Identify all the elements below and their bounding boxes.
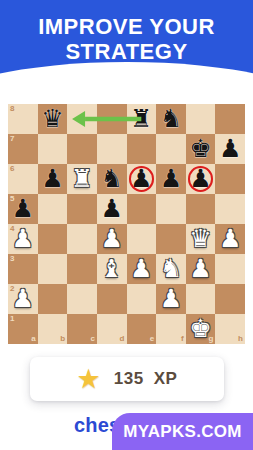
black-pawn[interactable]: ♟ <box>12 196 34 221</box>
square-c8[interactable] <box>67 104 97 134</box>
square-h4[interactable]: ♟ <box>215 224 245 254</box>
file-label-d: d <box>120 335 125 343</box>
square-b6[interactable]: ♟ <box>38 164 68 194</box>
rank-label-1: 1 <box>10 315 14 323</box>
square-f8[interactable]: ♞ <box>156 104 186 134</box>
chess-board[interactable]: 8♛♜♞7♚♟6♟♜♞♟♟♟5♟♟4♟♟♛♟3♝♟♞♟2♟♟1abcdefg♚h <box>8 104 245 344</box>
square-b4[interactable] <box>38 224 68 254</box>
square-d2[interactable] <box>97 284 127 314</box>
banner-curve <box>0 62 253 100</box>
square-e2[interactable] <box>127 284 157 314</box>
square-c2[interactable] <box>67 284 97 314</box>
square-a7[interactable]: 7 <box>8 134 38 164</box>
rank-label-4: 4 <box>10 225 14 233</box>
black-pawn[interactable]: ♟ <box>219 136 241 161</box>
square-c1[interactable]: c <box>67 314 97 344</box>
file-label-f: f <box>181 335 184 343</box>
square-g2[interactable] <box>186 284 216 314</box>
square-g8[interactable] <box>186 104 216 134</box>
white-pawn[interactable]: ♟ <box>12 286 34 311</box>
square-g1[interactable]: g♚ <box>186 314 216 344</box>
file-label-b: b <box>60 335 65 343</box>
square-a2[interactable]: 2♟ <box>8 284 38 314</box>
xp-value: 135 <box>114 369 144 389</box>
square-g4[interactable]: ♛ <box>186 224 216 254</box>
square-d5[interactable]: ♟ <box>97 194 127 224</box>
file-label-a: a <box>31 335 35 343</box>
square-g5[interactable] <box>186 194 216 224</box>
black-pawn[interactable]: ♟ <box>189 166 211 191</box>
file-label-h: h <box>238 335 243 343</box>
square-h3[interactable] <box>215 254 245 284</box>
black-pawn[interactable]: ♟ <box>160 166 182 191</box>
square-c4[interactable] <box>67 224 97 254</box>
white-pawn[interactable]: ♟ <box>219 226 241 251</box>
rank-label-8: 8 <box>10 105 14 113</box>
square-f1[interactable]: f <box>156 314 186 344</box>
rank-label-2: 2 <box>10 285 14 293</box>
square-h1[interactable]: h <box>215 314 245 344</box>
square-b2[interactable] <box>38 284 68 314</box>
square-a5[interactable]: 5♟ <box>8 194 38 224</box>
white-queen[interactable]: ♛ <box>189 226 211 251</box>
watermark-banner[interactable]: MYAPKS.COM <box>112 413 253 450</box>
white-bishop[interactable]: ♝ <box>100 256 122 281</box>
star-icon: ★ <box>77 366 101 393</box>
xp-badge: ★ 135 XP <box>30 357 224 401</box>
rank-label-3: 3 <box>10 255 14 263</box>
square-e3[interactable]: ♟ <box>127 254 157 284</box>
square-e8[interactable]: ♜ <box>127 104 157 134</box>
xp-label: 135 XP <box>114 369 178 389</box>
square-e7[interactable] <box>127 134 157 164</box>
square-f3[interactable]: ♞ <box>156 254 186 284</box>
square-d7[interactable] <box>97 134 127 164</box>
square-d1[interactable]: d <box>97 314 127 344</box>
banner-title: IMPROVE YOUR STRATEGY <box>0 14 253 64</box>
square-h8[interactable] <box>215 104 245 134</box>
rank-label-5: 5 <box>10 195 14 203</box>
square-g6[interactable]: ♟ <box>186 164 216 194</box>
banner-title-line1: IMPROVE YOUR <box>0 14 253 39</box>
square-e4[interactable] <box>127 224 157 254</box>
square-h6[interactable] <box>215 164 245 194</box>
square-h2[interactable] <box>215 284 245 314</box>
white-rook[interactable]: ♜ <box>71 166 93 191</box>
square-b8[interactable]: ♛ <box>38 104 68 134</box>
square-e6[interactable]: ♟ <box>127 164 157 194</box>
promo-banner: IMPROVE YOUR STRATEGY <box>0 0 253 100</box>
square-c3[interactable] <box>67 254 97 284</box>
square-e5[interactable] <box>127 194 157 224</box>
square-d4[interactable]: ♟ <box>97 224 127 254</box>
square-d3[interactable]: ♝ <box>97 254 127 284</box>
square-b7[interactable] <box>38 134 68 164</box>
black-king[interactable]: ♚ <box>189 136 211 161</box>
square-b5[interactable] <box>38 194 68 224</box>
square-a6[interactable]: 6 <box>8 164 38 194</box>
square-d6[interactable]: ♞ <box>97 164 127 194</box>
square-a8[interactable]: 8 <box>8 104 38 134</box>
square-a3[interactable]: 3 <box>8 254 38 284</box>
white-pawn[interactable]: ♟ <box>130 256 152 281</box>
black-knight[interactable]: ♞ <box>160 106 182 131</box>
square-h5[interactable] <box>215 194 245 224</box>
black-queen[interactable]: ♛ <box>41 106 63 131</box>
square-b3[interactable] <box>38 254 68 284</box>
square-d8[interactable] <box>97 104 127 134</box>
xp-unit: XP <box>154 369 178 389</box>
white-pawn[interactable]: ♟ <box>12 226 34 251</box>
square-f4[interactable] <box>156 224 186 254</box>
file-label-e: e <box>150 335 154 343</box>
square-b1[interactable]: b <box>38 314 68 344</box>
black-rook[interactable]: ♜ <box>130 106 152 131</box>
rank-label-6: 6 <box>10 165 14 173</box>
square-g3[interactable]: ♟ <box>186 254 216 284</box>
rank-label-7: 7 <box>10 135 14 143</box>
white-pawn[interactable]: ♟ <box>100 226 122 251</box>
white-knight[interactable]: ♞ <box>160 256 182 281</box>
app-screenshot: IMPROVE YOUR STRATEGY 8♛♜♞7♚♟6♟♜♞♟♟♟5♟♟4… <box>0 0 253 450</box>
black-knight[interactable]: ♞ <box>100 166 122 191</box>
square-a1[interactable]: 1a <box>8 314 38 344</box>
square-f2[interactable]: ♟ <box>156 284 186 314</box>
white-pawn[interactable]: ♟ <box>160 286 182 311</box>
square-f7[interactable] <box>156 134 186 164</box>
square-f5[interactable] <box>156 194 186 224</box>
square-h7[interactable]: ♟ <box>215 134 245 164</box>
square-e1[interactable]: e <box>127 314 157 344</box>
square-c5[interactable] <box>67 194 97 224</box>
white-pawn[interactable]: ♟ <box>189 256 211 281</box>
square-c7[interactable] <box>67 134 97 164</box>
black-pawn[interactable]: ♟ <box>41 166 63 191</box>
file-label-c: c <box>90 335 94 343</box>
file-label-g: g <box>208 335 213 343</box>
black-pawn[interactable]: ♟ <box>130 166 152 191</box>
square-f6[interactable]: ♟ <box>156 164 186 194</box>
square-a4[interactable]: 4♟ <box>8 224 38 254</box>
black-pawn[interactable]: ♟ <box>100 196 122 221</box>
square-g7[interactable]: ♚ <box>186 134 216 164</box>
square-c6[interactable]: ♜ <box>67 164 97 194</box>
banner-title-line2: STRATEGY <box>0 39 253 64</box>
